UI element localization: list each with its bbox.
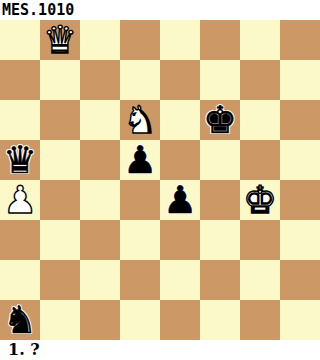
square-b7[interactable] [40, 60, 80, 100]
square-g8[interactable] [240, 20, 280, 60]
square-d2[interactable] [120, 260, 160, 300]
square-a3[interactable] [0, 220, 40, 260]
square-c8[interactable] [80, 20, 120, 60]
square-a5[interactable]: ♛ [0, 140, 40, 180]
square-h4[interactable] [280, 180, 320, 220]
square-d5[interactable]: ♟ [120, 140, 160, 180]
chess-board: ♛♞♚♛♟♟♟♚♞ [0, 20, 320, 340]
square-d4[interactable] [120, 180, 160, 220]
square-g1[interactable] [240, 300, 280, 340]
black-king: ♚ [203, 100, 237, 140]
square-a4[interactable]: ♟ [0, 180, 40, 220]
square-a8[interactable] [0, 20, 40, 60]
black-queen: ♛ [3, 140, 37, 180]
square-e7[interactable] [160, 60, 200, 100]
square-b4[interactable] [40, 180, 80, 220]
square-c5[interactable] [80, 140, 120, 180]
white-queen: ♛ [43, 20, 77, 60]
square-f2[interactable] [200, 260, 240, 300]
diagram-title: MES.1010 [0, 0, 320, 20]
square-f7[interactable] [200, 60, 240, 100]
square-d8[interactable] [120, 20, 160, 60]
square-b6[interactable] [40, 100, 80, 140]
square-g6[interactable] [240, 100, 280, 140]
black-pawn: ♟ [123, 140, 157, 180]
white-pawn: ♟ [3, 180, 37, 220]
square-a7[interactable] [0, 60, 40, 100]
square-e6[interactable] [160, 100, 200, 140]
square-b1[interactable] [40, 300, 80, 340]
square-h8[interactable] [280, 20, 320, 60]
square-h7[interactable] [280, 60, 320, 100]
square-d3[interactable] [120, 220, 160, 260]
square-c6[interactable] [80, 100, 120, 140]
square-b2[interactable] [40, 260, 80, 300]
square-g4[interactable]: ♚ [240, 180, 280, 220]
square-h1[interactable] [280, 300, 320, 340]
square-h2[interactable] [280, 260, 320, 300]
square-e4[interactable]: ♟ [160, 180, 200, 220]
square-e8[interactable] [160, 20, 200, 60]
square-a6[interactable] [0, 100, 40, 140]
square-a2[interactable] [0, 260, 40, 300]
square-d1[interactable] [120, 300, 160, 340]
square-c4[interactable] [80, 180, 120, 220]
square-g7[interactable] [240, 60, 280, 100]
square-c3[interactable] [80, 220, 120, 260]
white-king: ♚ [243, 180, 277, 220]
square-f5[interactable] [200, 140, 240, 180]
square-f8[interactable] [200, 20, 240, 60]
square-b5[interactable] [40, 140, 80, 180]
square-g3[interactable] [240, 220, 280, 260]
square-f6[interactable]: ♚ [200, 100, 240, 140]
square-h3[interactable] [280, 220, 320, 260]
square-a1[interactable]: ♞ [0, 300, 40, 340]
square-h6[interactable] [280, 100, 320, 140]
square-b8[interactable]: ♛ [40, 20, 80, 60]
square-e3[interactable] [160, 220, 200, 260]
square-g5[interactable] [240, 140, 280, 180]
square-e2[interactable] [160, 260, 200, 300]
square-g2[interactable] [240, 260, 280, 300]
square-e5[interactable] [160, 140, 200, 180]
square-f1[interactable] [200, 300, 240, 340]
square-c1[interactable] [80, 300, 120, 340]
square-f3[interactable] [200, 220, 240, 260]
square-h5[interactable] [280, 140, 320, 180]
square-d6[interactable]: ♞ [120, 100, 160, 140]
move-prompt: 1. ? [0, 340, 320, 360]
square-c2[interactable] [80, 260, 120, 300]
black-knight: ♞ [3, 300, 37, 340]
square-d7[interactable] [120, 60, 160, 100]
square-e1[interactable] [160, 300, 200, 340]
square-b3[interactable] [40, 220, 80, 260]
square-c7[interactable] [80, 60, 120, 100]
diagram-window: MES.1010 ♛♞♚♛♟♟♟♚♞ 1. ? [0, 0, 320, 360]
black-pawn: ♟ [163, 180, 197, 220]
white-knight: ♞ [123, 100, 157, 140]
square-f4[interactable] [200, 180, 240, 220]
